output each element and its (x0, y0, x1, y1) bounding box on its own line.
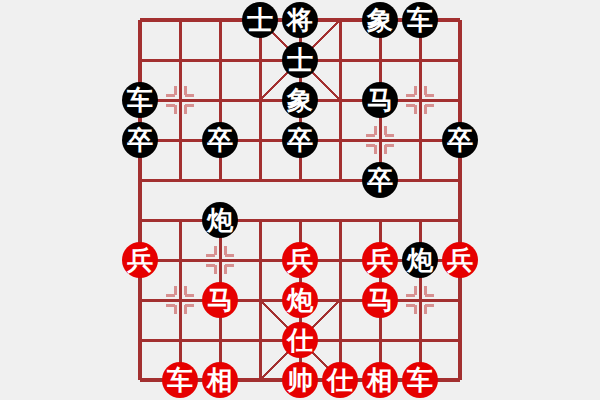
piece-black-soldier[interactable]: 卒 (202, 122, 238, 158)
piece-black-chariot[interactable]: 车 (122, 82, 158, 118)
piece-black-soldier[interactable]: 卒 (282, 122, 318, 158)
piece-black-cannon[interactable]: 炮 (202, 202, 238, 238)
piece-red-advisor[interactable]: 仕 (282, 322, 318, 358)
piece-red-soldier[interactable]: 兵 (442, 242, 478, 278)
piece-black-general[interactable]: 将 (282, 2, 318, 38)
piece-red-advisor[interactable]: 仕 (322, 362, 358, 398)
piece-black-advisor[interactable]: 士 (282, 42, 318, 78)
piece-red-chariot[interactable]: 车 (162, 362, 198, 398)
piece-red-horse[interactable]: 马 (362, 282, 398, 318)
piece-red-soldier[interactable]: 兵 (122, 242, 158, 278)
piece-red-soldier[interactable]: 兵 (282, 242, 318, 278)
piece-black-elephant[interactable]: 象 (282, 82, 318, 118)
piece-black-chariot[interactable]: 车 (402, 2, 438, 38)
piece-black-soldier[interactable]: 卒 (362, 162, 398, 198)
piece-red-general[interactable]: 帅 (282, 362, 318, 398)
xiangqi-board: 士将象车士车象马卒卒卒卒卒炮炮兵兵兵兵马炮马仕车相帅仕相车 (0, 0, 600, 400)
piece-black-soldier[interactable]: 卒 (442, 122, 478, 158)
piece-red-horse[interactable]: 马 (202, 282, 238, 318)
piece-black-horse[interactable]: 马 (362, 82, 398, 118)
piece-red-chariot[interactable]: 车 (402, 362, 438, 398)
piece-black-advisor[interactable]: 士 (242, 2, 278, 38)
piece-black-soldier[interactable]: 卒 (122, 122, 158, 158)
piece-red-cannon[interactable]: 炮 (282, 282, 318, 318)
piece-red-elephant[interactable]: 相 (362, 362, 398, 398)
piece-black-cannon[interactable]: 炮 (402, 242, 438, 278)
piece-red-elephant[interactable]: 相 (202, 362, 238, 398)
piece-red-soldier[interactable]: 兵 (362, 242, 398, 278)
pieces-layer: 士将象车士车象马卒卒卒卒卒炮炮兵兵兵兵马炮马仕车相帅仕相车 (0, 0, 600, 400)
piece-black-elephant[interactable]: 象 (362, 2, 398, 38)
